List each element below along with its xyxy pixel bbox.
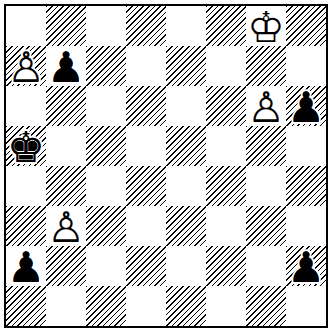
square-c2[interactable] bbox=[86, 246, 126, 286]
white-pawn-a7[interactable]: ♟♙ bbox=[6, 46, 46, 86]
square-g5[interactable] bbox=[246, 126, 286, 166]
pawn-outline: ♟ bbox=[46, 48, 86, 88]
square-f8[interactable] bbox=[206, 6, 246, 46]
square-e7[interactable] bbox=[166, 46, 206, 86]
square-b7[interactable]: ♟♟ bbox=[46, 46, 86, 86]
square-e5[interactable] bbox=[166, 126, 206, 166]
square-d2[interactable] bbox=[126, 246, 166, 286]
square-c7[interactable] bbox=[86, 46, 126, 86]
pawn-outline: ♟ bbox=[286, 248, 326, 288]
square-h4[interactable] bbox=[286, 166, 326, 206]
square-a8[interactable] bbox=[6, 6, 46, 46]
square-e4[interactable] bbox=[166, 166, 206, 206]
square-c8[interactable] bbox=[86, 6, 126, 46]
square-g7[interactable] bbox=[246, 46, 286, 86]
square-f2[interactable] bbox=[206, 246, 246, 286]
square-a5[interactable]: ♚♚ bbox=[6, 126, 46, 166]
square-e6[interactable] bbox=[166, 86, 206, 126]
square-g3[interactable] bbox=[246, 206, 286, 246]
square-d6[interactable] bbox=[126, 86, 166, 126]
square-c3[interactable] bbox=[86, 206, 126, 246]
pawn-outline: ♟ bbox=[6, 248, 46, 288]
square-g8[interactable]: ♚♔ bbox=[246, 6, 286, 46]
square-b5[interactable] bbox=[46, 126, 86, 166]
square-a4[interactable] bbox=[6, 166, 46, 206]
chess-diagram-frame: ♚♔♟♙♟♟♟♙♟♟♚♚♟♙♟♟♟♟ bbox=[0, 0, 332, 332]
square-a2[interactable]: ♟♟ bbox=[6, 246, 46, 286]
square-d3[interactable] bbox=[126, 206, 166, 246]
square-d7[interactable] bbox=[126, 46, 166, 86]
white-pawn-b3[interactable]: ♟♙ bbox=[46, 206, 86, 246]
square-h1[interactable] bbox=[286, 286, 326, 326]
square-a7[interactable]: ♟♙ bbox=[6, 46, 46, 86]
square-e2[interactable] bbox=[166, 246, 206, 286]
square-f5[interactable] bbox=[206, 126, 246, 166]
square-c6[interactable] bbox=[86, 86, 126, 126]
king-outline: ♚ bbox=[6, 128, 46, 168]
black-pawn-a2[interactable]: ♟♟ bbox=[6, 246, 46, 286]
square-d5[interactable] bbox=[126, 126, 166, 166]
square-e8[interactable] bbox=[166, 6, 206, 46]
square-h5[interactable] bbox=[286, 126, 326, 166]
square-a6[interactable] bbox=[6, 86, 46, 126]
pawn-outline: ♟ bbox=[286, 88, 326, 128]
square-a3[interactable] bbox=[6, 206, 46, 246]
square-g4[interactable] bbox=[246, 166, 286, 206]
square-g1[interactable] bbox=[246, 286, 286, 326]
pawn-outline: ♙ bbox=[46, 208, 86, 248]
square-a1[interactable] bbox=[6, 286, 46, 326]
square-b6[interactable] bbox=[46, 86, 86, 126]
square-d1[interactable] bbox=[126, 286, 166, 326]
square-f6[interactable] bbox=[206, 86, 246, 126]
square-c5[interactable] bbox=[86, 126, 126, 166]
white-king-g8[interactable]: ♚♔ bbox=[246, 6, 286, 46]
square-d8[interactable] bbox=[126, 6, 166, 46]
square-f3[interactable] bbox=[206, 206, 246, 246]
pawn-outline: ♙ bbox=[246, 88, 286, 128]
black-king-a5[interactable]: ♚♚ bbox=[6, 126, 46, 166]
square-b3[interactable]: ♟♙ bbox=[46, 206, 86, 246]
black-pawn-h6[interactable]: ♟♟ bbox=[286, 86, 326, 126]
square-b2[interactable] bbox=[46, 246, 86, 286]
square-c4[interactable] bbox=[86, 166, 126, 206]
square-h3[interactable] bbox=[286, 206, 326, 246]
black-pawn-b7[interactable]: ♟♟ bbox=[46, 46, 86, 86]
square-b8[interactable] bbox=[46, 6, 86, 46]
square-f1[interactable] bbox=[206, 286, 246, 326]
pawn-outline: ♙ bbox=[6, 48, 46, 88]
white-pawn-g6[interactable]: ♟♙ bbox=[246, 86, 286, 126]
square-f4[interactable] bbox=[206, 166, 246, 206]
square-h7[interactable] bbox=[286, 46, 326, 86]
square-b4[interactable] bbox=[46, 166, 86, 206]
square-c1[interactable] bbox=[86, 286, 126, 326]
king-outline: ♔ bbox=[246, 8, 286, 48]
square-b1[interactable] bbox=[46, 286, 86, 326]
square-d4[interactable] bbox=[126, 166, 166, 206]
square-f7[interactable] bbox=[206, 46, 246, 86]
square-e3[interactable] bbox=[166, 206, 206, 246]
square-g2[interactable] bbox=[246, 246, 286, 286]
black-pawn-h2[interactable]: ♟♟ bbox=[286, 246, 326, 286]
square-g6[interactable]: ♟♙ bbox=[246, 86, 286, 126]
square-h6[interactable]: ♟♟ bbox=[286, 86, 326, 126]
square-h8[interactable] bbox=[286, 6, 326, 46]
square-h2[interactable]: ♟♟ bbox=[286, 246, 326, 286]
square-e1[interactable] bbox=[166, 286, 206, 326]
chess-board: ♚♔♟♙♟♟♟♙♟♟♚♚♟♙♟♟♟♟ bbox=[4, 4, 328, 328]
